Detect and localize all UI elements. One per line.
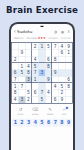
cell-r1c2[interactable] bbox=[19, 43, 26, 50]
notes-icon: ✎ bbox=[48, 108, 52, 113]
back-icon[interactable]: ‹ bbox=[14, 29, 16, 34]
toolbar: ↺Undo⌫Erase✎Notes☆Hint1 bbox=[11, 104, 73, 116]
cell-r7c8[interactable]: 5 bbox=[59, 83, 66, 90]
cell-r6c2[interactable] bbox=[19, 76, 26, 83]
cell-r3c9[interactable] bbox=[65, 56, 72, 63]
cell-r4c1[interactable] bbox=[12, 63, 19, 70]
score-label: Score bbox=[49, 37, 56, 40]
cell-r5c9[interactable] bbox=[65, 70, 72, 77]
screenshot-root: Brain Exercise ‹ Sudoku ◑▣Ⅱ Medium Mista… bbox=[0, 0, 84, 150]
numpad-key-7[interactable]: 7 bbox=[52, 119, 58, 127]
cell-r3c6[interactable]: 6 bbox=[45, 56, 52, 63]
cell-r7c9[interactable]: 8 bbox=[65, 83, 72, 90]
score-group: Score 0 bbox=[49, 37, 58, 40]
cell-r3c1[interactable]: 2 bbox=[12, 56, 19, 63]
cell-r4c2[interactable]: 1 bbox=[19, 63, 26, 70]
cell-r2c7[interactable] bbox=[52, 50, 59, 57]
trophy-icon[interactable]: ▣ bbox=[61, 30, 64, 34]
numpad-key-1[interactable]: 1 bbox=[12, 119, 18, 127]
cell-r8c1[interactable]: 8 bbox=[12, 90, 19, 97]
cell-r7c5[interactable] bbox=[39, 83, 46, 90]
cell-r5c1[interactable]: 6 bbox=[12, 70, 19, 77]
cell-r9c2[interactable]: 3 bbox=[19, 96, 26, 103]
numpad-key-6[interactable]: 6 bbox=[46, 119, 52, 127]
cell-r6c8[interactable] bbox=[59, 76, 66, 83]
cell-r2c5[interactable] bbox=[39, 50, 46, 57]
score-value: 0 bbox=[56, 37, 58, 40]
cell-r1c4[interactable]: 2 bbox=[32, 43, 39, 50]
header-icon-group: ◑▣Ⅱ bbox=[54, 30, 70, 34]
cell-r8c2[interactable] bbox=[19, 90, 26, 97]
cell-r9c1[interactable]: 4 bbox=[12, 96, 19, 103]
cell-r5c5[interactable]: 3 bbox=[39, 70, 46, 77]
cell-r1c6[interactable]: 5 bbox=[45, 43, 52, 50]
cell-r4c7[interactable] bbox=[52, 63, 59, 70]
mistakes-group: Mistakes ♥♥♥ bbox=[26, 37, 45, 40]
sudoku-board: 2157499612468145865873973196174588567424… bbox=[11, 42, 72, 103]
cell-r3c4[interactable]: 4 bbox=[32, 56, 39, 63]
hint-count-badge: 1 bbox=[66, 107, 69, 110]
notes-button-label: Notes bbox=[47, 113, 53, 116]
numpad-key-2[interactable]: 2 bbox=[19, 119, 25, 127]
cell-r9c4[interactable] bbox=[32, 96, 39, 103]
cell-r2c4[interactable] bbox=[32, 50, 39, 57]
cell-r8c4[interactable]: 6 bbox=[32, 90, 39, 97]
cell-r4c6[interactable]: 8 bbox=[45, 63, 52, 70]
phone-screen: ‹ Sudoku ◑▣Ⅱ Medium Mistakes ♥♥♥ Score 0… bbox=[11, 24, 73, 150]
mistakes-label: Mistakes bbox=[26, 37, 37, 40]
hint-button-label: Hint bbox=[62, 113, 66, 116]
cell-r9c7[interactable]: 6 bbox=[52, 96, 59, 103]
cell-r3c7[interactable]: 8 bbox=[52, 56, 59, 63]
promo-background: Brain Exercise ‹ Sudoku ◑▣Ⅱ Medium Mista… bbox=[0, 0, 84, 150]
cell-r2c2[interactable]: 9 bbox=[19, 50, 26, 57]
numpad: 123456789 bbox=[11, 115, 73, 126]
cell-r1c9[interactable]: 9 bbox=[65, 43, 72, 50]
cell-r6c7[interactable] bbox=[52, 76, 59, 83]
cell-r9c6[interactable] bbox=[45, 96, 52, 103]
cell-r6c9[interactable]: 6 bbox=[65, 76, 72, 83]
numpad-key-5[interactable]: 5 bbox=[39, 119, 45, 127]
cell-r9c8[interactable]: 9 bbox=[59, 96, 66, 103]
cell-r4c4[interactable]: 5 bbox=[32, 63, 39, 70]
cell-r5c3[interactable]: 8 bbox=[25, 70, 32, 77]
page-title: Brain Exercise bbox=[0, 0, 84, 15]
cell-r9c9[interactable] bbox=[65, 96, 72, 103]
undo-icon: ↺ bbox=[19, 108, 23, 113]
cell-r2c6[interactable] bbox=[45, 50, 52, 57]
cell-r9c3[interactable]: 2 bbox=[25, 96, 32, 103]
cell-r6c6[interactable]: 9 bbox=[45, 76, 52, 83]
numpad-key-8[interactable]: 8 bbox=[59, 119, 65, 127]
cell-r3c2[interactable] bbox=[19, 56, 26, 63]
cell-r6c4[interactable]: 1 bbox=[32, 76, 39, 83]
cell-r3c3[interactable] bbox=[25, 56, 32, 63]
numpad-key-9[interactable]: 9 bbox=[66, 119, 72, 127]
cell-r4c8[interactable] bbox=[59, 63, 66, 70]
cell-r5c2[interactable]: 5 bbox=[19, 70, 26, 77]
cell-r2c8[interactable]: 6 bbox=[59, 50, 66, 57]
cell-r8c5[interactable]: 7 bbox=[39, 90, 46, 97]
cell-r9c5[interactable]: 5 bbox=[39, 96, 46, 103]
cell-r3c5[interactable] bbox=[39, 56, 46, 63]
cell-r1c1[interactable] bbox=[12, 43, 19, 50]
numpad-key-3[interactable]: 3 bbox=[26, 119, 32, 127]
undo-button[interactable]: ↺Undo bbox=[18, 108, 24, 116]
cell-r6c3[interactable]: 3 bbox=[25, 76, 32, 83]
cell-r8c7[interactable] bbox=[52, 90, 59, 97]
cell-r7c2[interactable]: 7 bbox=[19, 83, 26, 90]
cell-r4c3[interactable]: 4 bbox=[25, 63, 32, 70]
cell-r6c1[interactable]: 7 bbox=[12, 76, 19, 83]
difficulty-label[interactable]: Medium bbox=[14, 37, 24, 40]
cell-r5c4[interactable]: 7 bbox=[32, 70, 39, 77]
cell-r5c6[interactable] bbox=[45, 70, 52, 77]
cell-r2c9[interactable]: 1 bbox=[65, 50, 72, 57]
undo-button-label: Undo bbox=[18, 113, 24, 116]
cell-r7c3[interactable] bbox=[25, 83, 32, 90]
hint-button[interactable]: ☆Hint1 bbox=[62, 108, 66, 116]
cell-r7c6[interactable] bbox=[45, 83, 52, 90]
cell-r1c7[interactable]: 7 bbox=[52, 43, 59, 50]
status-bar: Medium Mistakes ♥♥♥ Score 0 0:00:13 bbox=[11, 34, 73, 40]
numpad-key-4[interactable]: 4 bbox=[32, 119, 38, 127]
cell-r5c7[interactable]: 9 bbox=[52, 70, 59, 77]
cell-r6c5[interactable] bbox=[39, 76, 46, 83]
lives-hearts-icon: ♥♥♥ bbox=[38, 37, 46, 40]
erase-button-label: Erase bbox=[32, 113, 38, 116]
cell-r1c8[interactable]: 4 bbox=[59, 43, 66, 50]
cell-r3c8[interactable] bbox=[59, 56, 66, 63]
erase-icon: ⌫ bbox=[32, 108, 38, 113]
app-header-title: Sudoku bbox=[17, 29, 54, 34]
cell-r4c9[interactable] bbox=[65, 63, 72, 70]
cell-r8c9[interactable] bbox=[65, 90, 72, 97]
cell-r8c8[interactable]: 2 bbox=[59, 90, 66, 97]
phone-frame: ‹ Sudoku ◑▣Ⅱ Medium Mistakes ♥♥♥ Score 0… bbox=[9, 22, 75, 150]
erase-button[interactable]: ⌫Erase bbox=[32, 108, 38, 116]
cell-r8c3[interactable]: 5 bbox=[25, 90, 32, 97]
cell-r7c1[interactable]: 1 bbox=[12, 83, 19, 90]
notes-button[interactable]: ✎Notes bbox=[47, 108, 53, 116]
cell-r2c1[interactable] bbox=[12, 50, 19, 57]
cell-r5c8[interactable] bbox=[59, 70, 66, 77]
cell-r7c7[interactable]: 4 bbox=[52, 83, 59, 90]
cell-r8c6[interactable]: 4 bbox=[45, 90, 52, 97]
palette-icon[interactable]: ◑ bbox=[54, 30, 57, 34]
timer-value: 0:00:13 bbox=[61, 37, 71, 40]
cell-r4c5[interactable] bbox=[39, 63, 46, 70]
pause-icon[interactable]: Ⅱ bbox=[68, 30, 70, 34]
cell-r7c4[interactable] bbox=[32, 83, 39, 90]
cell-r1c5[interactable]: 1 bbox=[39, 43, 46, 50]
camera-notch bbox=[40, 26, 43, 27]
cell-r2c3[interactable] bbox=[25, 50, 32, 57]
cell-r1c3[interactable] bbox=[25, 43, 32, 50]
